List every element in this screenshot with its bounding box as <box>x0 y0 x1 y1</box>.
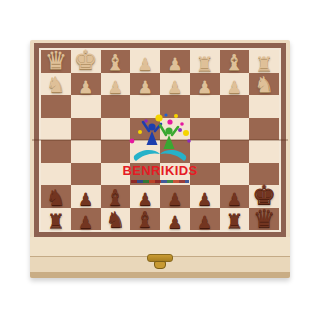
chess-piece[interactable]: ♟ <box>160 73 190 96</box>
brand-logo: BENRIKIDS <box>100 112 220 183</box>
brass-clasp-icon <box>147 254 173 269</box>
chess-piece[interactable]: ♞ <box>41 73 71 96</box>
chess-piece[interactable]: ♚ <box>71 50 101 73</box>
product-photo: ♛♚♝♟♟♜♝♜♞♟♟♟♟♟♟♞♞♟♝♟♟♟♟♚♜♟♞♝♟♟♜♛ <box>0 0 320 320</box>
chess-piece[interactable]: ♟ <box>190 185 220 208</box>
chess-piece[interactable]: ♟ <box>220 185 250 208</box>
chess-piece[interactable]: ♟ <box>190 208 220 231</box>
chess-piece[interactable]: ♛ <box>249 208 279 231</box>
chess-piece[interactable]: ♝ <box>130 208 160 231</box>
chess-piece[interactable]: ♜ <box>190 50 220 73</box>
chess-piece[interactable]: ♟ <box>220 73 250 96</box>
logo-figures-icon <box>122 112 198 162</box>
brand-name: BENRIKIDS <box>100 163 220 178</box>
box-front <box>30 237 290 278</box>
chess-piece[interactable]: ♝ <box>101 185 131 208</box>
chess-piece[interactable]: ♟ <box>190 73 220 96</box>
chess-piece[interactable]: ♜ <box>249 50 279 73</box>
chess-piece[interactable]: ♟ <box>160 50 190 73</box>
chess-piece[interactable]: ♞ <box>249 73 279 96</box>
chess-piece[interactable]: ♟ <box>130 50 160 73</box>
chess-piece[interactable]: ♜ <box>220 208 250 231</box>
chess-piece[interactable]: ♛ <box>41 50 71 73</box>
box-bottom-edge <box>30 272 290 278</box>
chess-piece[interactable]: ♜ <box>41 208 71 231</box>
chess-piece[interactable]: ♞ <box>41 185 71 208</box>
chess-piece[interactable]: ♟ <box>160 185 190 208</box>
chess-piece[interactable]: ♟ <box>71 73 101 96</box>
chess-piece[interactable]: ♟ <box>160 208 190 231</box>
chess-piece[interactable]: ♝ <box>220 50 250 73</box>
logo-tagline <box>131 180 189 183</box>
chess-piece[interactable]: ♟ <box>130 185 160 208</box>
chess-piece[interactable]: ♝ <box>101 50 131 73</box>
chess-piece[interactable]: ♟ <box>71 208 101 231</box>
chess-piece[interactable]: ♞ <box>101 208 131 231</box>
chess-piece[interactable]: ♟ <box>130 73 160 96</box>
chess-piece[interactable]: ♟ <box>71 185 101 208</box>
chess-box: ♛♚♝♟♟♜♝♜♞♟♟♟♟♟♟♞♞♟♝♟♟♟♟♚♜♟♞♝♟♟♜♛ <box>30 40 290 278</box>
chess-piece[interactable]: ♟ <box>101 73 131 96</box>
